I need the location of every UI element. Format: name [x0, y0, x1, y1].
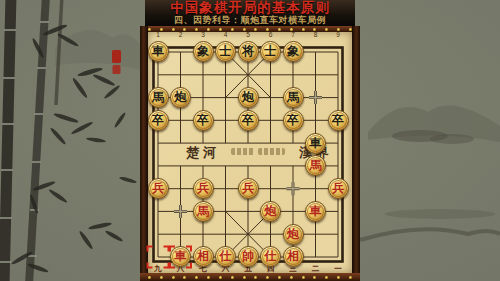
black-piece-卒[interactable]: 卒 [193, 110, 214, 131]
red-piece-帥[interactable]: 帥 [238, 246, 259, 267]
piece-glyph: 兵 [330, 180, 347, 197]
gold-stud [278, 28, 281, 31]
black-piece-卒[interactable]: 卒 [283, 110, 304, 131]
red-piece-炮[interactable]: 炮 [260, 201, 281, 222]
piece-glyph: 車 [150, 43, 167, 60]
gold-stud [243, 28, 246, 31]
black-piece-象[interactable]: 象 [283, 41, 304, 62]
red-seal-stamp [112, 50, 121, 74]
gold-stud [148, 28, 151, 31]
page-subtitle: 四、因势利导：顺炮直车对横车局例 [174, 15, 326, 26]
piece-glyph: 卒 [240, 112, 257, 129]
gold-stud [266, 276, 269, 279]
black-piece-炮[interactable]: 炮 [238, 87, 259, 108]
black-piece-卒[interactable]: 卒 [238, 110, 259, 131]
piece-glyph: 馬 [195, 203, 212, 220]
piece-glyph: 仕 [262, 248, 279, 265]
piece-glyph: 馬 [150, 89, 167, 106]
black-piece-馬[interactable]: 馬 [148, 87, 169, 108]
stud-row-top [148, 28, 352, 31]
red-piece-兵[interactable]: 兵 [328, 178, 349, 199]
gold-stud [266, 28, 269, 31]
gold-stud [313, 276, 316, 279]
gold-stud [183, 276, 186, 279]
gold-stud [313, 28, 316, 31]
piece-glyph: 卒 [195, 112, 212, 129]
board-frame-right [352, 26, 360, 281]
gold-stud [160, 28, 163, 31]
page-title: 中国象棋开局的基本原则 [170, 1, 330, 15]
piece-glyph: 炮 [172, 89, 189, 106]
gold-stud [219, 28, 222, 31]
gold-stud [207, 276, 210, 279]
piece-glyph: 馬 [285, 89, 302, 106]
red-piece-車[interactable]: 車 [305, 201, 326, 222]
gold-stud [337, 28, 340, 31]
piece-grid[interactable]: 車象士将士象馬炮炮馬卒卒卒卒卒車馬兵兵兵兵馬炮車炮車相仕帥仕相 [147, 41, 350, 269]
gold-stud [302, 276, 305, 279]
gold-stud [254, 28, 257, 31]
gold-stud [160, 276, 163, 279]
piece-glyph: 兵 [195, 180, 212, 197]
piece-glyph: 士 [262, 43, 279, 60]
piece-glyph: 仕 [217, 248, 234, 265]
black-piece-士[interactable]: 士 [215, 41, 236, 62]
gold-stud [195, 28, 198, 31]
black-piece-卒[interactable]: 卒 [328, 110, 349, 131]
piece-glyph: 炮 [240, 89, 257, 106]
gold-stud [278, 276, 281, 279]
piece-glyph: 将 [240, 43, 257, 60]
screenshot-stage: 中国象棋开局的基本原则 四、因势利导：顺炮直车对横车局例 楚河 漢界 12345… [0, 0, 500, 281]
piece-glyph: 象 [195, 43, 212, 60]
gold-stud [290, 28, 293, 31]
red-piece-兵[interactable]: 兵 [193, 178, 214, 199]
gold-stud [231, 28, 234, 31]
piece-glyph: 象 [285, 43, 302, 60]
black-piece-士[interactable]: 士 [260, 41, 281, 62]
red-piece-車[interactable]: 車 [170, 246, 191, 267]
black-piece-炮[interactable]: 炮 [170, 87, 191, 108]
piece-glyph: 卒 [285, 112, 302, 129]
gold-stud [349, 276, 352, 279]
red-piece-仕[interactable]: 仕 [215, 246, 236, 267]
gold-stud [254, 276, 257, 279]
black-piece-馬[interactable]: 馬 [283, 87, 304, 108]
piece-glyph: 相 [195, 248, 212, 265]
piece-glyph: 相 [285, 248, 302, 265]
piece-glyph: 兵 [240, 180, 257, 197]
gold-stud [172, 276, 175, 279]
red-piece-馬[interactable]: 馬 [305, 155, 326, 176]
red-piece-兵[interactable]: 兵 [148, 178, 169, 199]
piece-glyph: 車 [172, 248, 189, 265]
video-header: 中国象棋开局的基本原则 四、因势利导：顺炮直车对横车局例 [145, 0, 355, 26]
gold-stud [325, 276, 328, 279]
gold-stud [183, 28, 186, 31]
black-piece-象[interactable]: 象 [193, 41, 214, 62]
black-piece-車[interactable]: 車 [148, 41, 169, 62]
gold-stud [337, 276, 340, 279]
gold-stud [172, 28, 175, 31]
gold-stud [207, 28, 210, 31]
piece-glyph: 炮 [285, 226, 302, 243]
piece-glyph: 馬 [307, 157, 324, 174]
gold-stud [302, 28, 305, 31]
piece-glyph: 卒 [330, 112, 347, 129]
gold-stud [243, 276, 246, 279]
red-piece-炮[interactable]: 炮 [283, 224, 304, 245]
gold-stud [325, 28, 328, 31]
black-piece-卒[interactable]: 卒 [148, 110, 169, 131]
black-piece-将[interactable]: 将 [238, 41, 259, 62]
red-piece-兵[interactable]: 兵 [238, 178, 259, 199]
piece-glyph: 兵 [150, 180, 167, 197]
board-frame-bottom [140, 273, 360, 281]
gold-stud [231, 276, 234, 279]
gold-stud [219, 276, 222, 279]
piece-glyph: 卒 [150, 112, 167, 129]
stud-row-bottom [148, 276, 352, 279]
piece-glyph: 帥 [240, 248, 257, 265]
piece-glyph: 士 [217, 43, 234, 60]
gold-stud [195, 276, 198, 279]
red-piece-相[interactable]: 相 [193, 246, 214, 267]
red-piece-相[interactable]: 相 [283, 246, 304, 267]
piece-glyph: 車 [307, 135, 324, 152]
red-piece-仕[interactable]: 仕 [260, 246, 281, 267]
piece-glyph: 車 [307, 203, 324, 220]
black-piece-車[interactable]: 車 [305, 133, 326, 154]
gold-stud [290, 276, 293, 279]
gold-stud [148, 276, 151, 279]
piece-glyph: 炮 [262, 203, 279, 220]
red-piece-馬[interactable]: 馬 [193, 201, 214, 222]
